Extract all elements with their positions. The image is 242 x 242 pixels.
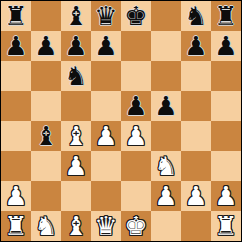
black-rook[interactable]: ♜ bbox=[1, 1, 31, 31]
square-h7[interactable]: ♟ bbox=[211, 31, 241, 61]
square-e1[interactable]: ♚ bbox=[121, 211, 151, 241]
black-pawn[interactable]: ♟ bbox=[61, 31, 91, 61]
white-knight[interactable]: ♞ bbox=[151, 151, 181, 181]
square-e6[interactable] bbox=[121, 61, 151, 91]
white-pawn[interactable]: ♟ bbox=[91, 121, 121, 151]
square-e4[interactable]: ♟ bbox=[121, 121, 151, 151]
square-h5[interactable] bbox=[211, 91, 241, 121]
black-pawn[interactable]: ♟ bbox=[211, 31, 241, 61]
square-c7[interactable]: ♟ bbox=[61, 31, 91, 61]
square-c8[interactable]: ♝ bbox=[61, 1, 91, 31]
square-h1[interactable]: ♜ bbox=[211, 211, 241, 241]
square-b6[interactable] bbox=[31, 61, 61, 91]
square-c5[interactable] bbox=[61, 91, 91, 121]
square-b3[interactable] bbox=[31, 151, 61, 181]
square-f8[interactable] bbox=[151, 1, 181, 31]
square-c1[interactable]: ♝ bbox=[61, 211, 91, 241]
square-b5[interactable] bbox=[31, 91, 61, 121]
square-f1[interactable] bbox=[151, 211, 181, 241]
square-g5[interactable] bbox=[181, 91, 211, 121]
square-f3[interactable]: ♞ bbox=[151, 151, 181, 181]
black-queen[interactable]: ♛ bbox=[91, 1, 121, 31]
white-pawn[interactable]: ♟ bbox=[211, 181, 241, 211]
square-c4[interactable]: ♝ bbox=[61, 121, 91, 151]
square-e8[interactable]: ♚ bbox=[121, 1, 151, 31]
square-g6[interactable] bbox=[181, 61, 211, 91]
white-rook[interactable]: ♜ bbox=[1, 211, 31, 241]
square-a2[interactable]: ♟ bbox=[1, 181, 31, 211]
white-rook[interactable]: ♜ bbox=[211, 211, 241, 241]
black-knight[interactable]: ♞ bbox=[181, 1, 211, 31]
black-bishop[interactable]: ♝ bbox=[31, 121, 61, 151]
white-bishop[interactable]: ♝ bbox=[61, 211, 91, 241]
square-c3[interactable]: ♟ bbox=[61, 151, 91, 181]
square-g2[interactable]: ♟ bbox=[181, 181, 211, 211]
square-a1[interactable]: ♜ bbox=[1, 211, 31, 241]
black-king[interactable]: ♚ bbox=[121, 1, 151, 31]
black-knight[interactable]: ♞ bbox=[61, 61, 91, 91]
black-pawn[interactable]: ♟ bbox=[91, 31, 121, 61]
black-pawn[interactable]: ♟ bbox=[31, 31, 61, 61]
square-f2[interactable]: ♟ bbox=[151, 181, 181, 211]
square-d1[interactable]: ♛ bbox=[91, 211, 121, 241]
square-c2[interactable] bbox=[61, 181, 91, 211]
square-d2[interactable] bbox=[91, 181, 121, 211]
black-pawn[interactable]: ♟ bbox=[151, 91, 181, 121]
square-g7[interactable]: ♟ bbox=[181, 31, 211, 61]
square-b7[interactable]: ♟ bbox=[31, 31, 61, 61]
square-h3[interactable] bbox=[211, 151, 241, 181]
square-g1[interactable] bbox=[181, 211, 211, 241]
square-d6[interactable] bbox=[91, 61, 121, 91]
square-b4[interactable]: ♝ bbox=[31, 121, 61, 151]
square-a4[interactable] bbox=[1, 121, 31, 151]
square-g3[interactable] bbox=[181, 151, 211, 181]
square-d5[interactable] bbox=[91, 91, 121, 121]
square-h6[interactable] bbox=[211, 61, 241, 91]
black-bishop[interactable]: ♝ bbox=[61, 1, 91, 31]
square-d3[interactable] bbox=[91, 151, 121, 181]
square-d8[interactable]: ♛ bbox=[91, 1, 121, 31]
white-pawn[interactable]: ♟ bbox=[121, 121, 151, 151]
white-knight[interactable]: ♞ bbox=[31, 211, 61, 241]
square-a5[interactable] bbox=[1, 91, 31, 121]
white-queen[interactable]: ♛ bbox=[91, 211, 121, 241]
white-pawn[interactable]: ♟ bbox=[1, 181, 31, 211]
black-pawn[interactable]: ♟ bbox=[121, 91, 151, 121]
black-rook[interactable]: ♜ bbox=[211, 1, 241, 31]
square-a7[interactable]: ♟ bbox=[1, 31, 31, 61]
square-e5[interactable]: ♟ bbox=[121, 91, 151, 121]
black-pawn[interactable]: ♟ bbox=[181, 31, 211, 61]
white-bishop[interactable]: ♝ bbox=[61, 121, 91, 151]
square-d7[interactable]: ♟ bbox=[91, 31, 121, 61]
square-h4[interactable] bbox=[211, 121, 241, 151]
white-pawn[interactable]: ♟ bbox=[151, 181, 181, 211]
square-d4[interactable]: ♟ bbox=[91, 121, 121, 151]
square-a6[interactable] bbox=[1, 61, 31, 91]
square-f7[interactable] bbox=[151, 31, 181, 61]
square-e3[interactable] bbox=[121, 151, 151, 181]
square-b1[interactable]: ♞ bbox=[31, 211, 61, 241]
square-f4[interactable] bbox=[151, 121, 181, 151]
white-king[interactable]: ♚ bbox=[121, 211, 151, 241]
square-b8[interactable] bbox=[31, 1, 61, 31]
square-f6[interactable] bbox=[151, 61, 181, 91]
chess-board: ♜♝♛♚♞♜♟♟♟♟♟♟♞♟♟♝♝♟♟♟♞♟♟♟♟♜♞♝♛♚♜ bbox=[0, 0, 242, 242]
square-b2[interactable] bbox=[31, 181, 61, 211]
square-g8[interactable]: ♞ bbox=[181, 1, 211, 31]
square-h2[interactable]: ♟ bbox=[211, 181, 241, 211]
square-c6[interactable]: ♞ bbox=[61, 61, 91, 91]
square-a3[interactable] bbox=[1, 151, 31, 181]
square-h8[interactable]: ♜ bbox=[211, 1, 241, 31]
white-pawn[interactable]: ♟ bbox=[181, 181, 211, 211]
square-e7[interactable] bbox=[121, 31, 151, 61]
square-e2[interactable] bbox=[121, 181, 151, 211]
square-g4[interactable] bbox=[181, 121, 211, 151]
white-pawn[interactable]: ♟ bbox=[61, 151, 91, 181]
square-f5[interactable]: ♟ bbox=[151, 91, 181, 121]
black-pawn[interactable]: ♟ bbox=[1, 31, 31, 61]
square-a8[interactable]: ♜ bbox=[1, 1, 31, 31]
